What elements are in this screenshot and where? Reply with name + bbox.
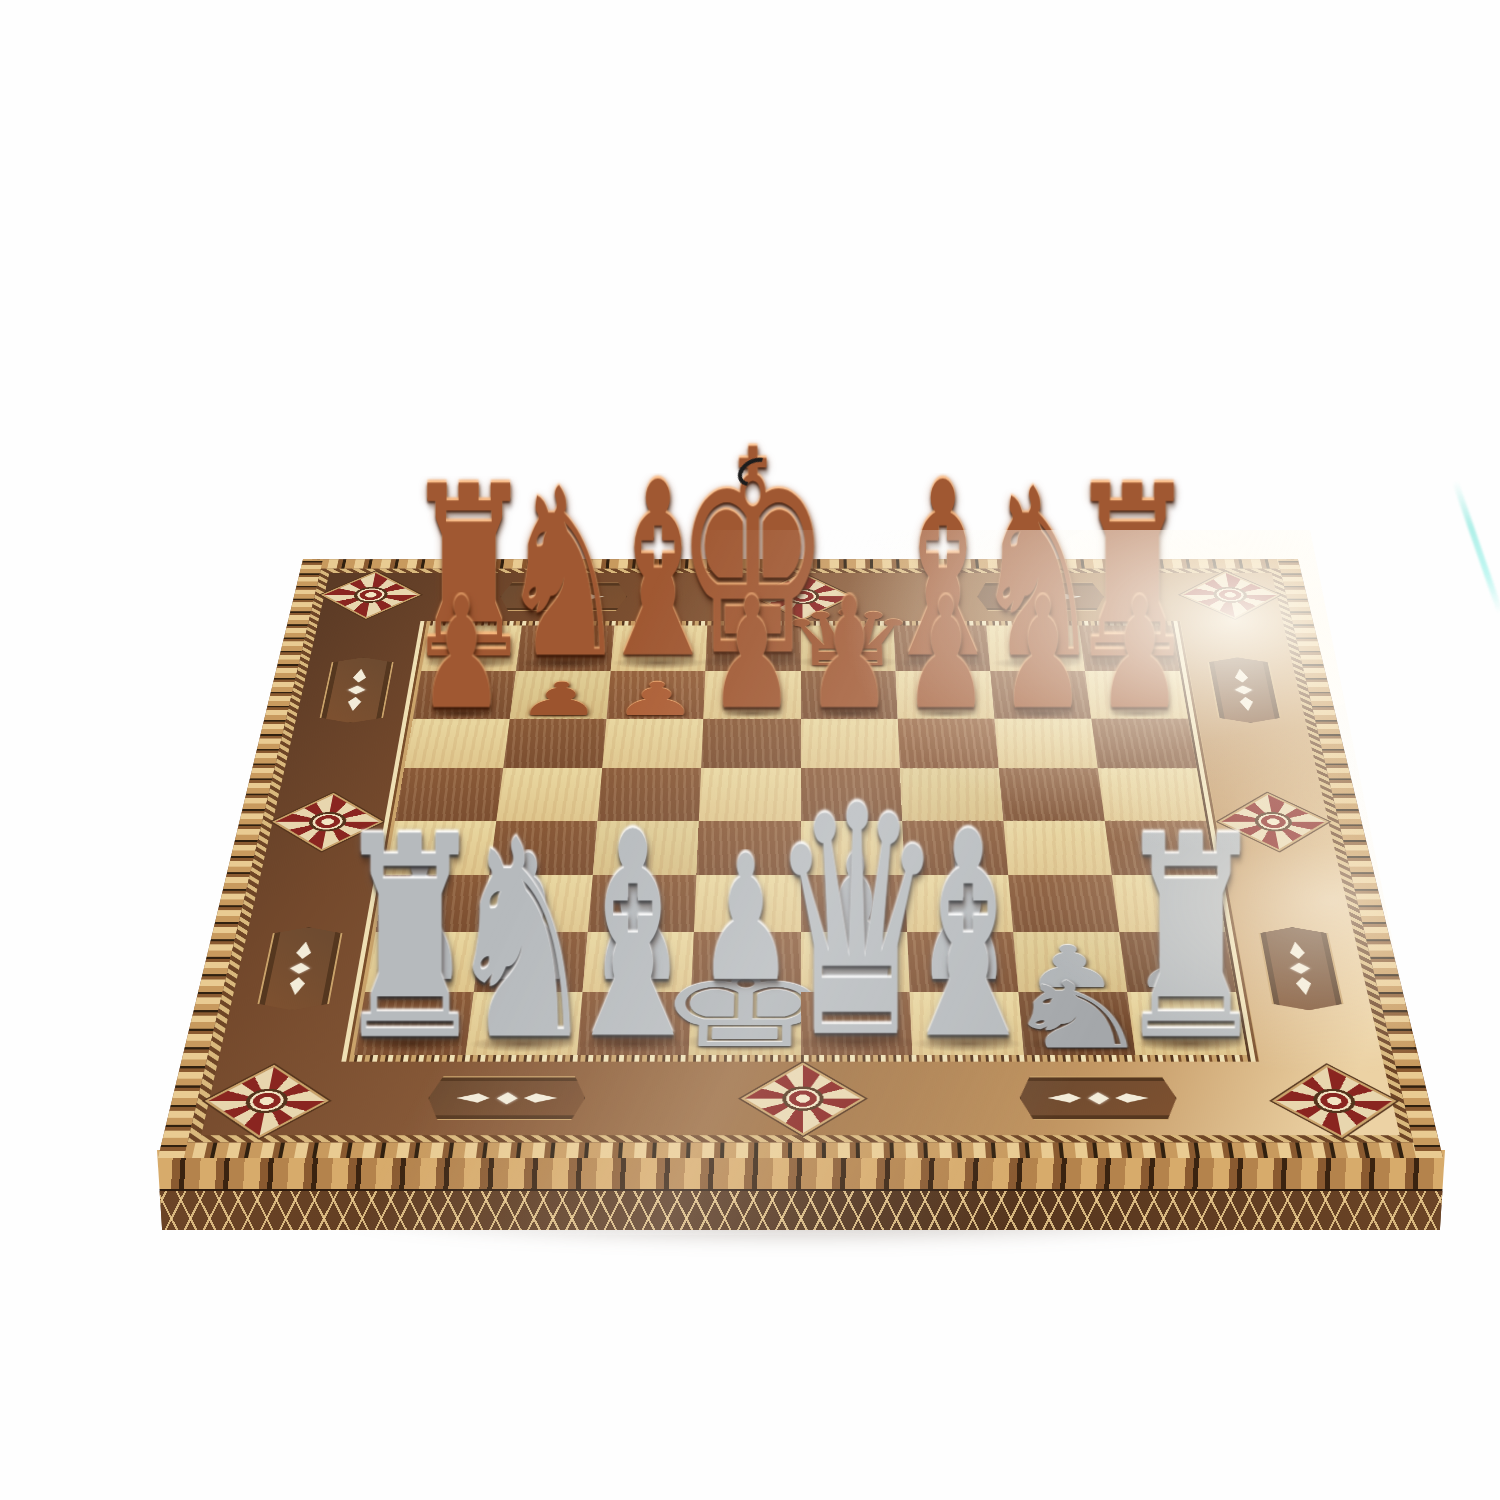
mother-of-pearl-inlay	[523, 1093, 557, 1102]
piece-white-silver-bishop[interactable]: ♝	[889, 822, 1047, 1054]
inlay-cartouche	[1011, 1076, 1186, 1120]
inlay-medallion	[204, 1065, 329, 1138]
square-f7[interactable]: ♟	[895, 671, 994, 719]
board-front-edge	[157, 1150, 1445, 1230]
mother-of-pearl-inlay	[1239, 697, 1255, 711]
inlay-medallion	[1272, 1065, 1397, 1138]
mother-of-pearl-inlay	[288, 977, 307, 995]
mother-of-pearl-inlay	[577, 594, 604, 600]
square-c1[interactable]: ♝	[577, 992, 691, 1055]
square-g7[interactable]: ♟	[990, 671, 1091, 719]
inlay-cartouche	[318, 655, 395, 726]
mother-of-pearl-inlay	[456, 1093, 490, 1102]
square-g6[interactable]	[994, 719, 1097, 769]
piece-white-silver-rook[interactable]: ♜	[333, 825, 488, 1053]
mother-of-pearl-inlay	[1288, 942, 1306, 959]
piece-black-copper-pawn[interactable]: ♟	[903, 591, 989, 718]
teal-scratch-artifact	[1452, 480, 1500, 614]
piece-white-silver-rook[interactable]: ♜	[1114, 825, 1269, 1053]
mother-of-pearl-inlay	[1054, 594, 1082, 600]
border-trim-front	[158, 1142, 1443, 1158]
inlay-cartouche	[493, 583, 633, 611]
mother-of-pearl-inlay	[291, 963, 311, 974]
inlay-cartouche	[1206, 655, 1283, 726]
mother-of-pearl-inlay	[1295, 977, 1314, 995]
piece-black-copper-pawn[interactable]: ♟	[1097, 591, 1183, 718]
mother-of-pearl-inlay	[1233, 669, 1249, 683]
piece-black-copper-pawn[interactable]: ♟	[612, 680, 700, 718]
mother-of-pearl-inlay	[523, 594, 551, 600]
mother-of-pearl-inlay	[352, 669, 368, 683]
edge-lattice-band	[157, 1191, 1445, 1233]
inlay-cartouche	[255, 924, 344, 1014]
chess-board: ♜♞♝♚♛♝♞♜♟♟♟♟♟♟♟♟♟♟♟♟♟♟♟♟♜♞♝♚♛♝♞♜	[158, 559, 1443, 1158]
photo-background: ♜♞♝♚♛♝♞♜♟♟♟♟♟♟♟♟♟♟♟♟♟♟♟♟♜♞♝♚♛♝♞♜	[0, 0, 1500, 1500]
mother-of-pearl-inlay	[1047, 1093, 1081, 1102]
mother-of-pearl-inlay	[295, 942, 313, 959]
mother-of-pearl-inlay	[1291, 963, 1311, 974]
mother-of-pearl-inlay	[1235, 685, 1252, 694]
square-f1[interactable]: ♝	[909, 992, 1023, 1055]
inlay-cartouche	[971, 583, 1111, 611]
mother-of-pearl-inlay	[1115, 1093, 1149, 1102]
mother-of-pearl-inlay	[496, 1092, 517, 1104]
square-a6[interactable]	[404, 719, 510, 769]
mother-of-pearl-inlay	[1000, 594, 1027, 600]
inlay-medallion	[741, 1062, 865, 1135]
square-c7[interactable]: ♟	[607, 671, 706, 719]
board-grid: ♜♞♝♚♛♝♞♜♟♟♟♟♟♟♟♟♟♟♟♟♟♟♟♟♜♞♝♚♛♝♞♜	[354, 626, 1247, 1056]
mother-of-pearl-inlay	[555, 593, 572, 601]
square-b6[interactable]	[503, 719, 606, 769]
mother-of-pearl-inlay	[1032, 593, 1049, 601]
square-b7[interactable]: ♟	[510, 671, 611, 719]
mother-of-pearl-inlay	[1088, 1092, 1109, 1104]
inlay-cartouche	[419, 1076, 594, 1120]
square-a7[interactable]: ♟	[413, 671, 516, 719]
piece-white-silver-bishop[interactable]: ♝	[554, 822, 712, 1054]
mother-of-pearl-inlay	[348, 685, 365, 694]
piece-black-copper-pawn[interactable]: ♟	[419, 591, 505, 718]
square-e7[interactable]: ♟	[801, 671, 898, 719]
square-d7[interactable]: ♟	[704, 671, 801, 719]
inlay-cartouche	[1257, 924, 1346, 1014]
square-h6[interactable]	[1091, 719, 1197, 769]
square-c6[interactable]	[602, 719, 703, 769]
square-h7[interactable]: ♟	[1085, 671, 1188, 719]
piece-black-copper-pawn[interactable]: ♟	[515, 680, 604, 718]
mother-of-pearl-inlay	[346, 697, 362, 711]
